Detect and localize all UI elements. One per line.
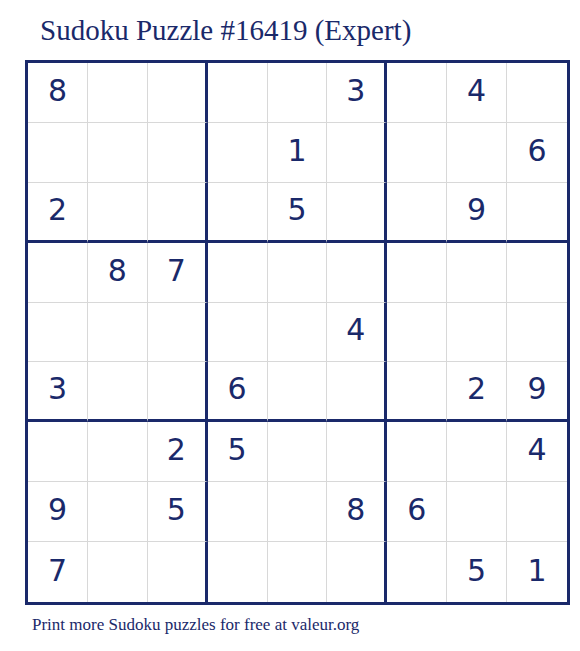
- given-digit-r2c9: 6: [507, 123, 567, 183]
- given-digit-r1c8: 4: [447, 63, 507, 123]
- cell-r6c2: [88, 362, 148, 422]
- cell-r5c5: [268, 303, 328, 363]
- given-digit-r3c5: 5: [268, 183, 328, 243]
- cell-r1c4: [208, 63, 268, 123]
- cell-r2c4: [208, 123, 268, 183]
- cell-r3c7: [387, 183, 447, 243]
- cell-r9c7: [387, 542, 447, 602]
- cell-r4c4: [208, 243, 268, 303]
- cell-r2c1: [28, 123, 88, 183]
- cell-r7c7: [387, 422, 447, 482]
- cell-r1c3: [148, 63, 208, 123]
- cell-r4c1: [28, 243, 88, 303]
- given-digit-r4c3: 7: [148, 243, 208, 303]
- cell-r4c6: [327, 243, 387, 303]
- cell-r5c7: [387, 303, 447, 363]
- cell-r3c9: [507, 183, 567, 243]
- cell-r6c6: [327, 362, 387, 422]
- page-title: Sudoku Puzzle #16419 (Expert): [40, 14, 411, 47]
- cell-r3c3: [148, 183, 208, 243]
- cell-r5c9: [507, 303, 567, 363]
- given-digit-r8c1: 9: [28, 482, 88, 542]
- given-digit-r3c8: 9: [447, 183, 507, 243]
- given-digit-r9c1: 7: [28, 542, 88, 602]
- given-digit-r8c7: 6: [387, 482, 447, 542]
- given-digit-r9c8: 5: [447, 542, 507, 602]
- cell-r2c8: [447, 123, 507, 183]
- footer-note: Print more Sudoku puzzles for free at va…: [32, 615, 359, 635]
- cell-r5c3: [148, 303, 208, 363]
- given-digit-r6c1: 3: [28, 362, 88, 422]
- given-digit-r8c6: 8: [327, 482, 387, 542]
- cell-r7c2: [88, 422, 148, 482]
- cell-r4c5: [268, 243, 328, 303]
- given-digit-r6c4: 6: [208, 362, 268, 422]
- sudoku-board: 8341625987436292549586751: [25, 60, 570, 605]
- cell-r5c2: [88, 303, 148, 363]
- cell-r2c3: [148, 123, 208, 183]
- cell-r7c8: [447, 422, 507, 482]
- cell-r5c1: [28, 303, 88, 363]
- given-digit-r7c9: 4: [507, 422, 567, 482]
- given-digit-r5c6: 4: [327, 303, 387, 363]
- cell-r7c1: [28, 422, 88, 482]
- given-digit-r7c4: 5: [208, 422, 268, 482]
- cell-r6c7: [387, 362, 447, 422]
- cell-r5c4: [208, 303, 268, 363]
- cell-r4c9: [507, 243, 567, 303]
- given-digit-r6c8: 2: [447, 362, 507, 422]
- cell-r9c3: [148, 542, 208, 602]
- cell-r1c5: [268, 63, 328, 123]
- given-digit-r1c1: 8: [28, 63, 88, 123]
- cell-r6c5: [268, 362, 328, 422]
- given-digit-r4c2: 8: [88, 243, 148, 303]
- cell-r9c4: [208, 542, 268, 602]
- cell-r3c6: [327, 183, 387, 243]
- cell-r2c7: [387, 123, 447, 183]
- given-digit-r2c5: 1: [268, 123, 328, 183]
- cell-r2c6: [327, 123, 387, 183]
- cell-r9c5: [268, 542, 328, 602]
- given-digit-r9c9: 1: [507, 542, 567, 602]
- cell-r9c6: [327, 542, 387, 602]
- given-digit-r8c3: 5: [148, 482, 208, 542]
- cell-r3c2: [88, 183, 148, 243]
- given-digit-r6c9: 9: [507, 362, 567, 422]
- cell-r7c6: [327, 422, 387, 482]
- cell-r8c8: [447, 482, 507, 542]
- cell-r7c5: [268, 422, 328, 482]
- cell-r3c4: [208, 183, 268, 243]
- given-digit-r3c1: 2: [28, 183, 88, 243]
- cell-r8c2: [88, 482, 148, 542]
- cell-r1c9: [507, 63, 567, 123]
- cell-r1c7: [387, 63, 447, 123]
- cell-r2c2: [88, 123, 148, 183]
- cell-r5c8: [447, 303, 507, 363]
- cell-r1c2: [88, 63, 148, 123]
- cell-r9c2: [88, 542, 148, 602]
- cell-r8c5: [268, 482, 328, 542]
- cell-r8c9: [507, 482, 567, 542]
- given-digit-r7c3: 2: [148, 422, 208, 482]
- cell-r8c4: [208, 482, 268, 542]
- cell-r6c3: [148, 362, 208, 422]
- cell-r4c8: [447, 243, 507, 303]
- cell-r4c7: [387, 243, 447, 303]
- given-digit-r1c6: 3: [327, 63, 387, 123]
